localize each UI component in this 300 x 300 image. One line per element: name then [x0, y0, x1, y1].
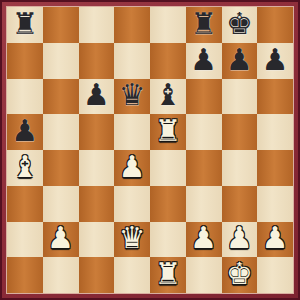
square-h2[interactable]: ♟: [257, 222, 293, 258]
square-a8[interactable]: ♜: [7, 7, 43, 43]
piece-black-pawn-g7[interactable]: ♟: [226, 45, 253, 75]
piece-black-pawn-h7[interactable]: ♟: [262, 45, 289, 75]
square-h6[interactable]: [257, 79, 293, 115]
piece-white-pawn-f2[interactable]: ♟: [190, 223, 217, 253]
piece-white-bishop-a4[interactable]: ♝: [11, 152, 38, 182]
square-f3[interactable]: [186, 186, 222, 222]
square-g4[interactable]: [222, 150, 258, 186]
square-c7[interactable]: [79, 43, 115, 79]
piece-white-pawn-h2[interactable]: ♟: [262, 223, 289, 253]
square-a7[interactable]: [7, 43, 43, 79]
square-g1[interactable]: ♚: [222, 257, 258, 293]
square-d4[interactable]: ♟: [114, 150, 150, 186]
square-e1[interactable]: ♜: [150, 257, 186, 293]
square-e6[interactable]: ♝: [150, 79, 186, 115]
square-d3[interactable]: [114, 186, 150, 222]
square-c1[interactable]: [79, 257, 115, 293]
piece-black-queen-d6[interactable]: ♛: [119, 80, 146, 110]
piece-white-king-g1[interactable]: ♚: [226, 259, 253, 289]
square-h7[interactable]: ♟: [257, 43, 293, 79]
square-f6[interactable]: [186, 79, 222, 115]
square-f5[interactable]: [186, 114, 222, 150]
square-b4[interactable]: [43, 150, 79, 186]
square-c2[interactable]: [79, 222, 115, 258]
square-g6[interactable]: [222, 79, 258, 115]
square-f7[interactable]: ♟: [186, 43, 222, 79]
square-f1[interactable]: [186, 257, 222, 293]
square-e2[interactable]: [150, 222, 186, 258]
piece-white-queen-d2[interactable]: ♛: [119, 223, 146, 253]
square-a6[interactable]: [7, 79, 43, 115]
square-d7[interactable]: [114, 43, 150, 79]
square-c6[interactable]: ♟: [79, 79, 115, 115]
piece-black-king-g8[interactable]: ♚: [226, 9, 253, 39]
square-d2[interactable]: ♛: [114, 222, 150, 258]
piece-white-pawn-g2[interactable]: ♟: [226, 223, 253, 253]
square-e5[interactable]: ♜: [150, 114, 186, 150]
piece-black-rook-f8[interactable]: ♜: [190, 9, 217, 39]
piece-black-rook-a8[interactable]: ♜: [11, 9, 38, 39]
square-e3[interactable]: [150, 186, 186, 222]
square-b2[interactable]: ♟: [43, 222, 79, 258]
square-f4[interactable]: [186, 150, 222, 186]
chess-board-inner-border: ♜♜♚♟♟♟♟♛♝♟♜♝♟♟♛♟♟♟♜♚: [6, 6, 294, 294]
square-d6[interactable]: ♛: [114, 79, 150, 115]
square-a5[interactable]: ♟: [7, 114, 43, 150]
piece-white-pawn-d4[interactable]: ♟: [119, 152, 146, 182]
square-c3[interactable]: [79, 186, 115, 222]
square-c8[interactable]: [79, 7, 115, 43]
square-f8[interactable]: ♜: [186, 7, 222, 43]
square-g8[interactable]: ♚: [222, 7, 258, 43]
square-b5[interactable]: [43, 114, 79, 150]
square-b7[interactable]: [43, 43, 79, 79]
square-a1[interactable]: [7, 257, 43, 293]
square-b3[interactable]: [43, 186, 79, 222]
square-c5[interactable]: [79, 114, 115, 150]
square-h1[interactable]: [257, 257, 293, 293]
square-d5[interactable]: [114, 114, 150, 150]
square-h3[interactable]: [257, 186, 293, 222]
piece-black-pawn-a5[interactable]: ♟: [11, 116, 38, 146]
square-c4[interactable]: [79, 150, 115, 186]
square-b6[interactable]: [43, 79, 79, 115]
piece-white-rook-e5[interactable]: ♜: [154, 116, 181, 146]
piece-black-pawn-f7[interactable]: ♟: [190, 45, 217, 75]
square-f2[interactable]: ♟: [186, 222, 222, 258]
square-d8[interactable]: [114, 7, 150, 43]
square-g5[interactable]: [222, 114, 258, 150]
piece-white-rook-e1[interactable]: ♜: [154, 259, 181, 289]
square-h4[interactable]: [257, 150, 293, 186]
square-e4[interactable]: [150, 150, 186, 186]
piece-black-bishop-e6[interactable]: ♝: [154, 80, 181, 110]
square-h8[interactable]: [257, 7, 293, 43]
chess-board: ♜♜♚♟♟♟♟♛♝♟♜♝♟♟♛♟♟♟♜♚: [7, 7, 293, 293]
piece-black-pawn-c6[interactable]: ♟: [83, 80, 110, 110]
square-e8[interactable]: [150, 7, 186, 43]
square-g3[interactable]: [222, 186, 258, 222]
square-d1[interactable]: [114, 257, 150, 293]
square-g2[interactable]: ♟: [222, 222, 258, 258]
chess-board-frame: ♜♜♚♟♟♟♟♛♝♟♜♝♟♟♛♟♟♟♜♚: [0, 0, 300, 300]
square-a2[interactable]: [7, 222, 43, 258]
square-h5[interactable]: [257, 114, 293, 150]
square-b8[interactable]: [43, 7, 79, 43]
square-g7[interactable]: ♟: [222, 43, 258, 79]
piece-white-pawn-b2[interactable]: ♟: [47, 223, 74, 253]
square-a4[interactable]: ♝: [7, 150, 43, 186]
square-e7[interactable]: [150, 43, 186, 79]
square-a3[interactable]: [7, 186, 43, 222]
square-b1[interactable]: [43, 257, 79, 293]
